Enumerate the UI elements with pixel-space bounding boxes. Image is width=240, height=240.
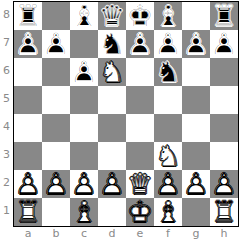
square-f4[interactable]	[154, 114, 182, 142]
piece-white-pawn: ♙	[14, 170, 42, 198]
square-a3[interactable]	[14, 142, 42, 170]
square-d3[interactable]	[98, 142, 126, 170]
square-h2[interactable]: ♙	[210, 170, 238, 198]
piece-black-knight: ♘	[98, 30, 126, 58]
square-h8[interactable]: ♖	[210, 2, 238, 30]
square-h3[interactable]	[210, 142, 238, 170]
square-d2[interactable]: ♙	[98, 170, 126, 198]
piece-black-pawn: ♙	[182, 30, 210, 58]
square-e1[interactable]: ♔	[126, 198, 154, 226]
piece-black-pawn: ♙	[126, 30, 154, 58]
square-a2[interactable]: ♙	[14, 170, 42, 198]
square-f8[interactable]: ♗	[154, 2, 182, 30]
square-b6[interactable]	[42, 58, 70, 86]
chess-diagram: 87654321 ♖♗♕♔♗♖♙♙♘♙♙♙♙♙♘♘♘♙♙♙♙♕♙♙♙♖♗♔♗♖ …	[0, 0, 240, 240]
square-e5[interactable]	[126, 86, 154, 114]
square-g2[interactable]: ♙	[182, 170, 210, 198]
square-a5[interactable]	[14, 86, 42, 114]
piece-black-pawn: ♙	[70, 58, 98, 86]
file-label-a: a	[14, 227, 42, 240]
square-a7[interactable]: ♙	[14, 30, 42, 58]
piece-white-pawn: ♙	[42, 170, 70, 198]
piece-white-knight: ♘	[98, 58, 126, 86]
square-c8[interactable]: ♗	[70, 2, 98, 30]
square-g3[interactable]	[182, 142, 210, 170]
piece-white-rook: ♖	[14, 198, 42, 226]
square-e7[interactable]: ♙	[126, 30, 154, 58]
square-d8[interactable]: ♕	[98, 2, 126, 30]
file-label-c: c	[70, 227, 98, 240]
piece-white-king: ♔	[126, 198, 154, 226]
square-h5[interactable]	[210, 86, 238, 114]
piece-black-pawn: ♙	[14, 30, 42, 58]
piece-black-bishop: ♗	[70, 2, 98, 30]
square-h1[interactable]: ♖	[210, 198, 238, 226]
square-g5[interactable]	[182, 86, 210, 114]
square-b8[interactable]	[42, 2, 70, 30]
piece-white-bishop: ♗	[70, 198, 98, 226]
square-c5[interactable]	[70, 86, 98, 114]
square-e6[interactable]	[126, 58, 154, 86]
square-g1[interactable]	[182, 198, 210, 226]
piece-black-queen: ♕	[98, 2, 126, 30]
file-label-b: b	[42, 227, 70, 240]
square-c6[interactable]: ♙	[70, 58, 98, 86]
rank-label-6: 6	[0, 57, 13, 85]
square-b5[interactable]	[42, 86, 70, 114]
square-f7[interactable]: ♙	[154, 30, 182, 58]
square-h7[interactable]: ♙	[210, 30, 238, 58]
square-f3[interactable]: ♘	[154, 142, 182, 170]
piece-black-rook: ♖	[14, 2, 42, 30]
file-label-d: d	[98, 227, 126, 240]
square-e8[interactable]: ♔	[126, 2, 154, 30]
piece-white-knight: ♘	[154, 142, 182, 170]
piece-black-pawn: ♙	[154, 30, 182, 58]
square-f2[interactable]: ♙	[154, 170, 182, 198]
rank-label-4: 4	[0, 113, 13, 141]
piece-black-bishop: ♗	[154, 2, 182, 30]
piece-white-pawn: ♙	[70, 170, 98, 198]
rank-label-8: 8	[0, 1, 13, 29]
piece-black-pawn: ♙	[210, 30, 238, 58]
piece-black-king: ♔	[126, 2, 154, 30]
square-e4[interactable]	[126, 114, 154, 142]
square-f1[interactable]: ♗	[154, 198, 182, 226]
square-g4[interactable]	[182, 114, 210, 142]
piece-black-pawn: ♙	[42, 30, 70, 58]
file-label-e: e	[126, 227, 154, 240]
square-d1[interactable]	[98, 198, 126, 226]
square-c1[interactable]: ♗	[70, 198, 98, 226]
square-b4[interactable]	[42, 114, 70, 142]
rank-label-7: 7	[0, 29, 13, 57]
square-e3[interactable]	[126, 142, 154, 170]
square-a8[interactable]: ♖	[14, 2, 42, 30]
piece-black-rook: ♖	[210, 2, 238, 30]
file-label-f: f	[154, 227, 182, 240]
square-h4[interactable]	[210, 114, 238, 142]
square-d6[interactable]: ♘	[98, 58, 126, 86]
square-g6[interactable]	[182, 58, 210, 86]
square-f5[interactable]	[154, 86, 182, 114]
piece-white-queen: ♕	[126, 170, 154, 198]
piece-white-pawn: ♙	[210, 170, 238, 198]
piece-white-rook: ♖	[210, 198, 238, 226]
square-c3[interactable]	[70, 142, 98, 170]
square-e2[interactable]: ♕	[126, 170, 154, 198]
square-g7[interactable]: ♙	[182, 30, 210, 58]
square-c2[interactable]: ♙	[70, 170, 98, 198]
square-b2[interactable]: ♙	[42, 170, 70, 198]
square-b7[interactable]: ♙	[42, 30, 70, 58]
rank-label-5: 5	[0, 85, 13, 113]
square-b3[interactable]	[42, 142, 70, 170]
square-b1[interactable]	[42, 198, 70, 226]
square-c7[interactable]	[70, 30, 98, 58]
rank-label-2: 2	[0, 169, 13, 197]
square-f6[interactable]: ♘	[154, 58, 182, 86]
square-d5[interactable]	[98, 86, 126, 114]
file-label-g: g	[182, 227, 210, 240]
square-h6[interactable]	[210, 58, 238, 86]
square-c4[interactable]	[70, 114, 98, 142]
square-a1[interactable]: ♖	[14, 198, 42, 226]
piece-white-bishop: ♗	[154, 198, 182, 226]
square-a4[interactable]	[14, 114, 42, 142]
rank-label-3: 3	[0, 141, 13, 169]
chess-board: ♖♗♕♔♗♖♙♙♘♙♙♙♙♙♘♘♘♙♙♙♙♕♙♙♙♖♗♔♗♖	[13, 1, 239, 227]
file-label-h: h	[210, 227, 238, 240]
piece-white-pawn: ♙	[182, 170, 210, 198]
square-d4[interactable]	[98, 114, 126, 142]
piece-white-pawn: ♙	[98, 170, 126, 198]
rank-label-1: 1	[0, 197, 13, 225]
square-a6[interactable]	[14, 58, 42, 86]
piece-white-pawn: ♙	[154, 170, 182, 198]
square-g8[interactable]	[182, 2, 210, 30]
square-d7[interactable]: ♘	[98, 30, 126, 58]
piece-black-knight: ♘	[154, 58, 182, 86]
